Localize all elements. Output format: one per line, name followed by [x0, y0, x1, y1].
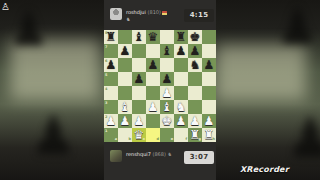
square-g7[interactable]: ♟	[188, 44, 202, 58]
black-rook-piece[interactable]: ♜	[174, 30, 188, 44]
square-a3[interactable]: 3	[104, 100, 118, 114]
rank-label: 7	[105, 45, 107, 49]
black-pawn-piece[interactable]: ♟	[188, 44, 202, 58]
blurred-pawn-icon: ♟	[30, 110, 77, 162]
square-h4[interactable]	[202, 86, 216, 100]
square-h2[interactable]: ♟	[202, 114, 216, 128]
square-a1[interactable]: 1a	[104, 128, 118, 142]
square-a7[interactable]: 7	[104, 44, 118, 58]
opponent-name[interactable]: roshdjui (810)	[126, 9, 167, 15]
black-pawn-piece[interactable]: ♟	[146, 58, 160, 72]
file-label: g	[198, 137, 201, 141]
square-c2[interactable]: ♟	[132, 114, 146, 128]
opponent-username: roshdjui	[126, 9, 146, 15]
white-bishop-piece[interactable]: ♝	[160, 100, 174, 114]
square-e2[interactable]: ♚	[160, 114, 174, 128]
square-c7[interactable]	[132, 44, 146, 58]
white-pawn-piece[interactable]: ♟	[188, 114, 202, 128]
white-pawn-piece[interactable]: ♟	[160, 86, 174, 100]
square-d5[interactable]	[146, 72, 160, 86]
square-d6[interactable]: ♟	[146, 58, 160, 72]
square-e1[interactable]: e	[160, 128, 174, 142]
screen: ♟ ♟ ♟ ♟ ♙ roshdjui (810) ♞ 4:15 8♜♝♛♜♚7♟…	[0, 0, 320, 180]
square-g4[interactable]	[188, 86, 202, 100]
black-pawn-piece[interactable]: ♟	[132, 72, 146, 86]
square-d7[interactable]	[146, 44, 160, 58]
square-b3[interactable]: ♝	[118, 100, 132, 114]
xrecorder-watermark: XRecorder	[240, 165, 289, 174]
black-bishop-piece[interactable]: ♝	[132, 30, 146, 44]
rank-label: 8	[105, 31, 107, 35]
square-c6[interactable]	[132, 58, 146, 72]
square-e3[interactable]: ♝	[160, 100, 174, 114]
square-e7[interactable]: ♝	[160, 44, 174, 58]
opponent-clock: 4:15	[184, 9, 214, 22]
rank-label: 5	[105, 73, 107, 77]
square-f2[interactable]: ♟	[174, 114, 188, 128]
square-e8[interactable]	[160, 30, 174, 44]
square-d2[interactable]	[146, 114, 160, 128]
blurred-background-right: ♟ ♟	[216, 0, 320, 180]
file-label: d	[156, 137, 159, 141]
white-rook-piece[interactable]: ♜	[202, 128, 216, 142]
black-pawn-piece[interactable]: ♟	[160, 72, 174, 86]
square-g5[interactable]	[188, 72, 202, 86]
player-captured-pieces: ♞	[168, 151, 172, 157]
square-d4[interactable]	[146, 86, 160, 100]
square-h7[interactable]	[202, 44, 216, 58]
pawn-icon: ♙	[1, 1, 10, 13]
white-pawn-piece[interactable]: ♟	[132, 114, 146, 128]
square-g2[interactable]: ♟	[188, 114, 202, 128]
square-d3[interactable]: ♟	[146, 100, 160, 114]
file-label: c	[143, 137, 145, 141]
blurred-background-left: ♟ ♟	[0, 0, 104, 180]
white-pawn-piece[interactable]: ♟	[202, 114, 216, 128]
square-f5[interactable]	[174, 72, 188, 86]
square-c5[interactable]: ♟	[132, 72, 146, 86]
white-knight-piece[interactable]: ♞	[174, 100, 188, 114]
square-b8[interactable]	[118, 30, 132, 44]
file-label: a	[115, 137, 117, 141]
square-g6[interactable]: ♞	[188, 58, 202, 72]
square-b6[interactable]	[118, 58, 132, 72]
square-a6[interactable]: 6♟	[104, 58, 118, 72]
square-d1[interactable]: d	[146, 128, 160, 142]
square-g1[interactable]: g♜	[188, 128, 202, 142]
black-bishop-piece[interactable]: ♝	[160, 44, 174, 58]
square-f7[interactable]: ♟	[174, 44, 188, 58]
black-queen-piece[interactable]: ♛	[146, 30, 160, 44]
player-username: renshqui7	[126, 151, 151, 157]
white-bishop-piece[interactable]: ♝	[118, 100, 132, 114]
black-pawn-piece[interactable]: ♟	[202, 58, 216, 72]
square-d8[interactable]: ♛	[146, 30, 160, 44]
square-b4[interactable]	[118, 86, 132, 100]
square-f8[interactable]: ♜	[174, 30, 188, 44]
rank-label: 3	[105, 101, 107, 105]
square-c4[interactable]	[132, 86, 146, 100]
white-pawn-piece[interactable]: ♟	[146, 100, 160, 114]
white-rook-piece[interactable]: ♜	[188, 128, 202, 142]
square-h3[interactable]	[202, 100, 216, 114]
square-b2[interactable]: ♟	[118, 114, 132, 128]
blurred-pawn-icon: ♟	[276, 2, 319, 50]
white-pawn-piece[interactable]: ♟	[118, 114, 132, 128]
square-c8[interactable]: ♝	[132, 30, 146, 44]
square-c1[interactable]: c♛	[132, 128, 146, 142]
square-g8[interactable]: ♚	[188, 30, 202, 44]
square-h5[interactable]	[202, 72, 216, 86]
white-pawn-piece[interactable]: ♟	[104, 114, 118, 128]
square-h1[interactable]: h♜	[202, 128, 216, 142]
player-name[interactable]: renshqui7 (868) ♞	[126, 151, 172, 157]
blurred-pawn-icon: ♟	[8, 6, 49, 52]
rank-label: 1	[105, 129, 107, 133]
square-b5[interactable]	[118, 72, 132, 86]
square-c3[interactable]	[132, 100, 146, 114]
black-pawn-piece[interactable]: ♟	[118, 44, 132, 58]
white-pawn-piece[interactable]: ♟	[174, 114, 188, 128]
black-knight-piece[interactable]: ♞	[188, 58, 202, 72]
square-e5[interactable]: ♟	[160, 72, 174, 86]
square-f6[interactable]	[174, 58, 188, 72]
square-h6[interactable]: ♟	[202, 58, 216, 72]
file-label: f	[185, 137, 187, 141]
white-king-piece[interactable]: ♚	[160, 114, 174, 128]
square-g3[interactable]	[188, 100, 202, 114]
square-e4[interactable]: ♟	[160, 86, 174, 100]
black-pawn-piece[interactable]: ♟	[174, 44, 188, 58]
player-clock: 3:07	[184, 151, 214, 164]
square-e6[interactable]	[160, 58, 174, 72]
black-pawn-piece[interactable]: ♟	[104, 58, 118, 72]
blurred-pawn-icon: ♟	[286, 112, 320, 166]
square-f4[interactable]	[174, 86, 188, 100]
square-b7[interactable]: ♟	[118, 44, 132, 58]
opponent-captured-pieces: ♞	[126, 16, 130, 22]
file-label: e	[171, 137, 173, 141]
player-avatar[interactable]	[110, 150, 122, 162]
rank-label: 4	[105, 87, 107, 91]
square-a4[interactable]: 4	[104, 86, 118, 100]
square-f3[interactable]: ♞	[174, 100, 188, 114]
square-a8[interactable]: 8♜	[104, 30, 118, 44]
player-bar[interactable]: renshqui7 (868) ♞ 3:07	[104, 150, 216, 174]
rank-label: 2	[105, 115, 107, 119]
opponent-player-bar[interactable]: roshdjui (810) ♞ 4:15	[104, 8, 216, 32]
black-rook-piece[interactable]: ♜	[104, 30, 118, 44]
opponent-avatar[interactable]	[110, 8, 122, 20]
opponent-flag-icon	[162, 11, 167, 15]
player-rating: (868)	[152, 151, 165, 157]
chess-app-column: roshdjui (810) ♞ 4:15 8♜♝♛♜♚7♟♝♟♟6♟♟♞♟5♟…	[104, 0, 216, 180]
square-b1[interactable]: b	[118, 128, 132, 142]
file-label: b	[128, 137, 131, 141]
square-f1[interactable]: f	[174, 128, 188, 142]
chess-board[interactable]: 8♜♝♛♜♚7♟♝♟♟6♟♟♞♟5♟♟4♟3♝♟♝♞2♟♟♟♚♟♟♟1abc♛d…	[104, 30, 216, 142]
file-label: h	[213, 137, 216, 141]
white-queen-piece[interactable]: ♛	[132, 128, 146, 142]
square-a5[interactable]: 5	[104, 72, 118, 86]
square-a2[interactable]: 2♟	[104, 114, 118, 128]
rank-label: 6	[105, 59, 107, 63]
square-h8[interactable]	[202, 30, 216, 44]
black-king-piece[interactable]: ♚	[188, 30, 202, 44]
opponent-rating: (810)	[148, 9, 161, 15]
